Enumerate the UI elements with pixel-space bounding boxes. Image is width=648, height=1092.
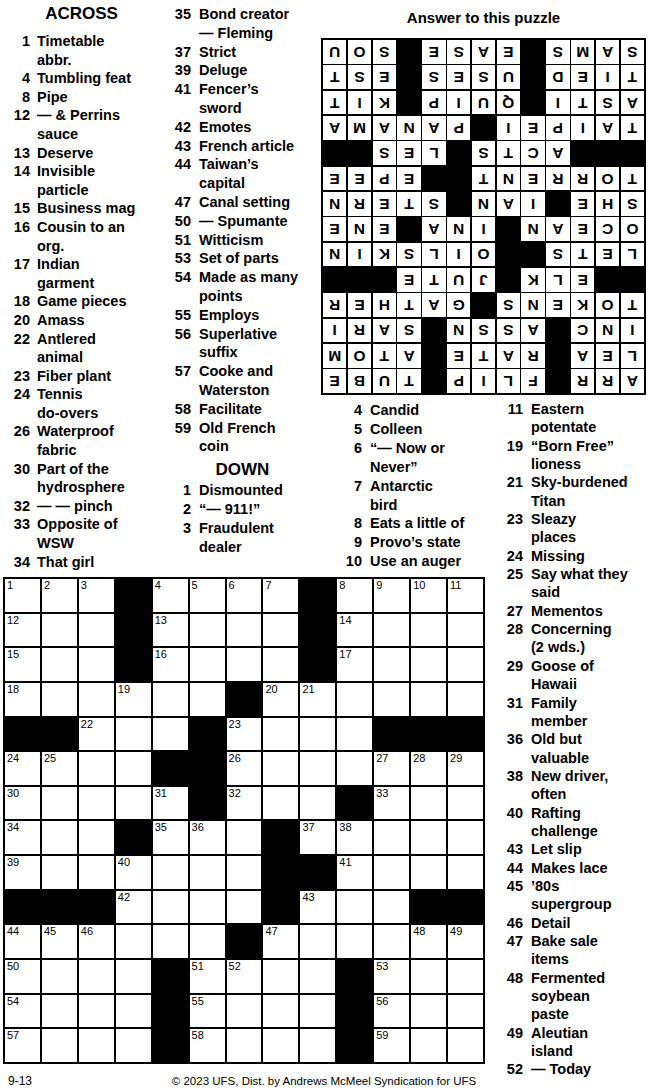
cell-r14c13[interactable] <box>448 1029 483 1062</box>
clue-text: Rafting challenge <box>531 804 648 841</box>
clue-item: 26Waterproof fabric <box>0 422 163 459</box>
clue-text: Strict <box>199 43 321 62</box>
clue-number: 47 <box>497 932 531 969</box>
across-column: ACROSS 1Timetable abbr.4Tumbling feat8Pi… <box>0 4 163 571</box>
cell-r8c12[interactable] <box>411 821 446 854</box>
clue-text: Deserve <box>37 144 163 163</box>
answer-cell-r1c8: P <box>447 369 470 393</box>
clue-number: 36 <box>497 730 531 767</box>
cell-r4c6[interactable] <box>190 683 225 716</box>
cell-r11c13[interactable]: 49 <box>448 925 483 958</box>
cell-r2c11[interactable] <box>374 614 409 647</box>
answer-cell-r4c10: T <box>397 293 420 317</box>
cell-r3c10[interactable]: 17 <box>337 648 372 681</box>
cell-r13c7[interactable] <box>227 995 262 1028</box>
cell-r7c5[interactable]: 31 <box>153 787 188 820</box>
clue-number: 7 <box>336 477 370 515</box>
cell-r11c6[interactable] <box>190 925 225 958</box>
cell-number: 3 <box>81 580 87 591</box>
cell-r4c4[interactable]: 19 <box>116 683 151 716</box>
cell-r9c12[interactable] <box>411 856 446 889</box>
clue-item: 46Detail <box>497 914 648 932</box>
block-answer-cell-r4c7 <box>472 293 495 317</box>
cell-r7c9[interactable] <box>300 787 335 820</box>
block-answer-cell-r2c9 <box>422 344 445 368</box>
cell-r12c13[interactable] <box>448 960 483 993</box>
cell-r3c8[interactable] <box>263 648 298 681</box>
clue-item: 58Facilitate <box>164 400 321 419</box>
block-cell-r7c10 <box>337 787 372 820</box>
cell-number: 6 <box>229 580 235 591</box>
cell-r14c7[interactable] <box>227 1029 262 1062</box>
cell-r4c13[interactable] <box>448 683 483 716</box>
cell-r11c4[interactable] <box>116 925 151 958</box>
answer-cell-r3c10: S <box>397 319 420 343</box>
cell-number: 14 <box>339 615 351 626</box>
cell-r8c2[interactable] <box>42 821 77 854</box>
answer-cell-r10c7: S <box>472 141 495 165</box>
cell-r9c3[interactable] <box>79 856 114 889</box>
cell-r13c13[interactable] <box>448 995 483 1028</box>
cell-r12c7[interactable]: 52 <box>227 960 262 993</box>
clue-number: 53 <box>164 249 199 268</box>
cell-r3c7[interactable] <box>227 648 262 681</box>
clue-number: 34 <box>0 553 37 572</box>
answer-cell-r7c1: O <box>621 217 644 241</box>
answer-cell-r13c2: I <box>596 65 619 89</box>
cell-r14c4[interactable] <box>116 1029 151 1062</box>
cell-r4c10[interactable] <box>337 683 372 716</box>
cell-r12c8[interactable] <box>263 960 298 993</box>
cell-r2c2[interactable] <box>42 614 77 647</box>
clue-text: Cooke and Waterston <box>199 362 321 400</box>
cell-r2c12[interactable] <box>411 614 446 647</box>
clue-item: 40Rafting challenge <box>497 804 648 841</box>
cell-r11c11[interactable] <box>374 925 409 958</box>
answer-cell-r12c12: I <box>348 91 371 115</box>
clue-number: 17 <box>0 255 37 292</box>
cell-r5c5[interactable] <box>153 718 188 751</box>
clue-text: Opposite of WSW <box>37 515 163 552</box>
answer-cell-r7c5: N <box>521 217 544 241</box>
answer-cell-r10c4: A <box>546 141 569 165</box>
clue-number: 44 <box>164 155 199 193</box>
cell-r14c1[interactable]: 57 <box>5 1029 40 1062</box>
answer-cell-r10c5: C <box>521 141 544 165</box>
down-clue-list-right: 11Eastern potentate19“Born Free” lioness… <box>497 400 648 1079</box>
answer-cell-r6c2: E <box>596 243 619 267</box>
cell-r14c12[interactable] <box>411 1029 446 1062</box>
block-cell-r14c5 <box>153 1029 188 1062</box>
cell-r3c13[interactable] <box>448 648 483 681</box>
cell-number: 50 <box>7 961 19 972</box>
cell-r14c3[interactable] <box>79 1029 114 1062</box>
cell-r14c9[interactable] <box>300 1029 335 1062</box>
clue-text: Waterproof fabric <box>37 422 163 459</box>
cell-r8c1[interactable]: 34 <box>5 821 40 854</box>
clue-number: 20 <box>0 311 37 330</box>
block-answer-cell-r12c5 <box>521 91 544 115</box>
cell-r9c6[interactable] <box>190 856 225 889</box>
answer-cell-r14c8: S <box>447 40 470 64</box>
cell-r6c8[interactable] <box>263 752 298 785</box>
block-answer-cell-r13c10 <box>397 65 420 89</box>
block-answer-cell-r5c12 <box>348 268 371 292</box>
cell-number: 4 <box>155 580 161 591</box>
clue-text: Invisible particle <box>37 162 163 199</box>
cell-r3c12[interactable] <box>411 648 446 681</box>
cell-r4c9[interactable]: 21 <box>300 683 335 716</box>
answer-cell-r2c11: T <box>373 344 396 368</box>
cell-r14c8[interactable] <box>263 1029 298 1062</box>
answer-cell-r9c7: T <box>472 167 495 191</box>
cell-r5c9[interactable] <box>300 718 335 751</box>
cell-r9c5[interactable] <box>153 856 188 889</box>
cell-number: 56 <box>376 996 388 1007</box>
puzzle-grid: 1234567891011121314151617181920212223242… <box>3 577 485 1064</box>
cell-r12c3[interactable] <box>79 960 114 993</box>
cell-r8c11[interactable] <box>374 821 409 854</box>
clue-item: 27Mementos <box>497 602 648 620</box>
cell-r3c11[interactable] <box>374 648 409 681</box>
cell-r13c1[interactable]: 54 <box>5 995 40 1028</box>
clue-number: 5 <box>336 420 370 439</box>
cell-r6c7[interactable]: 26 <box>227 752 262 785</box>
block-cell-r12c5 <box>153 960 188 993</box>
answer-cell-r2c1: L <box>621 344 644 368</box>
cell-r1c5[interactable]: 4 <box>153 579 188 612</box>
cell-number: 37 <box>302 822 314 833</box>
clue-text: French article <box>199 137 321 156</box>
clue-number: 24 <box>0 385 37 422</box>
answer-cell-r2c8: E <box>447 344 470 368</box>
block-answer-cell-r3c9 <box>422 319 445 343</box>
cell-r8c5[interactable]: 35 <box>153 821 188 854</box>
cell-r5c3[interactable]: 22 <box>79 718 114 751</box>
cell-r12c12[interactable] <box>411 960 446 993</box>
cell-r11c2[interactable]: 45 <box>42 925 77 958</box>
cell-r2c8[interactable] <box>263 614 298 647</box>
answer-cell-r1c3: R <box>571 369 594 393</box>
cell-r10c6[interactable] <box>190 891 225 924</box>
cell-r11c3[interactable]: 46 <box>79 925 114 958</box>
clue-item: 2“— 911!” <box>164 500 321 519</box>
cell-r1c13[interactable]: 11 <box>448 579 483 612</box>
cell-number: 29 <box>450 753 462 764</box>
cell-r6c4[interactable] <box>116 752 151 785</box>
cell-r4c1[interactable]: 18 <box>5 683 40 716</box>
cell-number: 13 <box>155 615 167 626</box>
answer-cell-r8c6: A <box>497 192 520 216</box>
cell-number: 5 <box>192 580 198 591</box>
block-cell-r3c9 <box>300 648 335 681</box>
cell-r1c1[interactable]: 1 <box>5 579 40 612</box>
block-cell-r5c6 <box>190 718 225 751</box>
clue-number: 44 <box>497 859 531 877</box>
answer-cell-r11c1: T <box>621 116 644 140</box>
clue-item: 24Tennis do-overs <box>0 385 163 422</box>
cell-r8c6[interactable]: 36 <box>190 821 225 854</box>
cell-r7c2[interactable] <box>42 787 77 820</box>
cell-number: 55 <box>192 996 204 1007</box>
cell-r2c6[interactable] <box>190 614 225 647</box>
block-answer-cell-r6c5 <box>521 243 544 267</box>
cell-r8c9[interactable]: 37 <box>300 821 335 854</box>
answer-cell-r4c12: E <box>348 293 371 317</box>
cell-r12c9[interactable] <box>300 960 335 993</box>
clue-number: 6 <box>336 439 370 477</box>
cell-r2c3[interactable] <box>79 614 114 647</box>
cell-r7c8[interactable] <box>263 787 298 820</box>
clue-item: 56Superlative suffix <box>164 325 321 363</box>
answer-cell-r6c8: I <box>447 243 470 267</box>
cell-r9c4[interactable]: 40 <box>116 856 151 889</box>
clue-item: 31Family member <box>497 694 648 731</box>
answer-cell-r6c3: T <box>571 243 594 267</box>
cell-r3c5[interactable]: 16 <box>153 648 188 681</box>
cell-r10c9[interactable]: 43 <box>300 891 335 924</box>
cell-r3c6[interactable] <box>190 648 225 681</box>
cell-number: 49 <box>450 926 462 937</box>
block-answer-cell-r6c6 <box>497 243 520 267</box>
clue-text: Missing <box>531 547 648 565</box>
cell-number: 41 <box>339 857 351 868</box>
clue-item: 10Use an auger <box>336 552 494 571</box>
cell-r6c12[interactable]: 28 <box>411 752 446 785</box>
cell-r7c1[interactable]: 30 <box>5 787 40 820</box>
answer-cell-r7c8: N <box>447 217 470 241</box>
cell-r1c10[interactable]: 8 <box>337 579 372 612</box>
clue-number: 10 <box>336 552 370 571</box>
block-cell-r10c3 <box>79 891 114 924</box>
cell-number: 19 <box>118 684 130 695</box>
cell-r10c4[interactable]: 42 <box>116 891 151 924</box>
cell-r2c10[interactable]: 14 <box>337 614 372 647</box>
cell-r5c7[interactable]: 23 <box>227 718 262 751</box>
block-answer-cell-r3c4 <box>546 319 569 343</box>
cell-r10c11[interactable] <box>374 891 409 924</box>
clue-number: 41 <box>164 80 199 118</box>
answer-cell-r6c4: S <box>546 243 569 267</box>
clue-item: 4Candid <box>336 401 494 420</box>
cell-r10c5[interactable] <box>153 891 188 924</box>
answer-cell-r6c7: O <box>472 243 495 267</box>
cell-r9c13[interactable] <box>448 856 483 889</box>
cell-r7c11[interactable]: 33 <box>374 787 409 820</box>
clue-number: 2 <box>164 500 199 519</box>
answer-cell-r11c6: I <box>497 116 520 140</box>
cell-r14c11[interactable]: 59 <box>374 1029 409 1062</box>
clue-number: 56 <box>164 325 199 363</box>
cell-r4c5[interactable] <box>153 683 188 716</box>
cell-r1c11[interactable]: 9 <box>374 579 409 612</box>
clue-number: 57 <box>164 362 199 400</box>
down-clue-list: 1Dismounted2“— 911!”3Fraudulent dealer <box>164 481 321 556</box>
cell-r6c11[interactable]: 27 <box>374 752 409 785</box>
cell-r5c8[interactable] <box>263 718 298 751</box>
cell-r2c7[interactable] <box>227 614 262 647</box>
answer-cell-r9c11: P <box>373 167 396 191</box>
cell-r1c3[interactable]: 3 <box>79 579 114 612</box>
answer-cell-r1c2: R <box>596 369 619 393</box>
cell-r12c1[interactable]: 50 <box>5 960 40 993</box>
answer-cell-r5c8: U <box>447 268 470 292</box>
cell-r12c4[interactable] <box>116 960 151 993</box>
cell-r13c4[interactable] <box>116 995 151 1028</box>
clue-item: 21Sky-burdened Titan <box>497 473 648 510</box>
answer-cell-r14c4: S <box>546 40 569 64</box>
cell-number: 16 <box>155 649 167 660</box>
cell-r3c1[interactable]: 15 <box>5 648 40 681</box>
clue-item: 59Old French coin <box>164 419 321 457</box>
cell-r6c2[interactable]: 25 <box>42 752 77 785</box>
cell-r13c11[interactable]: 56 <box>374 995 409 1028</box>
cell-r9c10[interactable]: 41 <box>337 856 372 889</box>
clue-text: Mementos <box>531 602 648 620</box>
answer-cell-r1c10: T <box>397 369 420 393</box>
answer-cell-r9c5: E <box>521 167 544 191</box>
block-cell-r5c11 <box>374 718 409 751</box>
clue-item: 35Bond creator — Fleming <box>164 5 321 43</box>
clue-text: Detail <box>531 914 648 932</box>
cell-r14c2[interactable] <box>42 1029 77 1062</box>
cell-r8c10[interactable]: 38 <box>337 821 372 854</box>
cell-r8c13[interactable] <box>448 821 483 854</box>
cell-r12c6[interactable]: 51 <box>190 960 225 993</box>
answer-cell-r8c10: T <box>397 192 420 216</box>
answer-cell-r1c1: A <box>621 369 644 393</box>
cell-number: 39 <box>7 857 19 868</box>
cell-r7c7[interactable]: 32 <box>227 787 262 820</box>
cell-r11c8[interactable]: 47 <box>263 925 298 958</box>
cell-r3c2[interactable] <box>42 648 77 681</box>
clue-text: Candid <box>370 401 494 420</box>
cell-r1c12[interactable]: 10 <box>411 579 446 612</box>
answer-cell-r13c3: E <box>571 65 594 89</box>
cell-number: 17 <box>339 649 351 660</box>
cell-r13c12[interactable] <box>411 995 446 1028</box>
crossword-page: { "game": "crossword", "grid": { "rows":… <box>0 0 648 1092</box>
answer-cell-r12c2: S <box>596 91 619 115</box>
clue-text: Set of parts <box>199 249 321 268</box>
clue-text: Eastern potentate <box>531 400 648 437</box>
cell-number: 10 <box>413 580 425 591</box>
cell-number: 36 <box>192 822 204 833</box>
clue-text: Colleen <box>370 420 494 439</box>
cell-r5c4[interactable] <box>116 718 151 751</box>
cell-r13c2[interactable] <box>42 995 77 1028</box>
cell-r6c10[interactable] <box>337 752 372 785</box>
cell-r12c2[interactable] <box>42 960 77 993</box>
cell-number: 1 <box>7 580 13 591</box>
cell-r6c13[interactable]: 29 <box>448 752 483 785</box>
cell-r8c3[interactable] <box>79 821 114 854</box>
clue-text: — Spumante <box>199 212 321 231</box>
answer-cell-r8c2: H <box>596 192 619 216</box>
clue-item: 44Taiwan’s capital <box>164 155 321 193</box>
cell-r7c12[interactable] <box>411 787 446 820</box>
clue-text: Canal setting <box>199 193 321 212</box>
cell-number: 7 <box>265 580 271 591</box>
cell-r1c6[interactable]: 5 <box>190 579 225 612</box>
cell-r4c11[interactable] <box>374 683 409 716</box>
cell-r11c10[interactable] <box>337 925 372 958</box>
cell-r11c1[interactable]: 44 <box>5 925 40 958</box>
answer-cell-r5c5: K <box>521 268 544 292</box>
cell-r2c13[interactable] <box>448 614 483 647</box>
answer-cell-r12c7: U <box>472 91 495 115</box>
answer-cell-r14c2: A <box>596 40 619 64</box>
cell-r3c3[interactable] <box>79 648 114 681</box>
clue-number: 31 <box>497 694 531 731</box>
cell-r8c7[interactable] <box>227 821 262 854</box>
cell-r7c4[interactable] <box>116 787 151 820</box>
cell-number: 8 <box>339 580 345 591</box>
cell-r13c3[interactable] <box>79 995 114 1028</box>
block-cell-r6c5 <box>153 752 188 785</box>
cell-r9c11[interactable] <box>374 856 409 889</box>
cell-number: 54 <box>7 996 19 1007</box>
cell-r13c9[interactable] <box>300 995 335 1028</box>
block-answer-cell-r9c9 <box>422 167 445 191</box>
cell-r13c8[interactable] <box>263 995 298 1028</box>
cell-r14c6[interactable]: 58 <box>190 1029 225 1062</box>
cell-r5c10[interactable] <box>337 718 372 751</box>
cell-r9c7[interactable] <box>227 856 262 889</box>
cell-r9c2[interactable] <box>42 856 77 889</box>
clue-number: 50 <box>164 212 199 231</box>
cell-r4c8[interactable]: 20 <box>263 683 298 716</box>
cell-number: 9 <box>376 580 382 591</box>
clue-text: Amass <box>37 311 163 330</box>
answer-cell-r3c2: N <box>596 319 619 343</box>
cell-r11c12[interactable]: 48 <box>411 925 446 958</box>
cell-r1c8[interactable]: 7 <box>263 579 298 612</box>
cell-r1c2[interactable]: 2 <box>42 579 77 612</box>
clue-number: 33 <box>0 515 37 552</box>
cell-r2c5[interactable]: 13 <box>153 614 188 647</box>
block-cell-r6c6 <box>190 752 225 785</box>
cell-r4c3[interactable] <box>79 683 114 716</box>
cell-r6c9[interactable] <box>300 752 335 785</box>
cell-r13c6[interactable]: 55 <box>190 995 225 1028</box>
cell-r7c13[interactable] <box>448 787 483 820</box>
answer-cell-r14c11: S <box>373 40 396 64</box>
cell-r10c10[interactable] <box>337 891 372 924</box>
cell-r6c1[interactable]: 24 <box>5 752 40 785</box>
clue-text: New driver, often <box>531 767 648 804</box>
cell-r4c12[interactable] <box>411 683 446 716</box>
answer-cell-r14c7: A <box>472 40 495 64</box>
cell-r11c9[interactable] <box>300 925 335 958</box>
cell-r2c1[interactable]: 12 <box>5 614 40 647</box>
cell-r6c3[interactable] <box>79 752 114 785</box>
cell-number: 52 <box>229 961 241 972</box>
answer-cell-r8c3: E <box>571 192 594 216</box>
cell-r10c7[interactable] <box>227 891 262 924</box>
cell-r12c11[interactable]: 53 <box>374 960 409 993</box>
cell-number: 25 <box>44 753 56 764</box>
clue-text: Antarctic bird <box>370 477 494 515</box>
cell-r1c7[interactable]: 6 <box>227 579 262 612</box>
cell-r9c1[interactable]: 39 <box>5 856 40 889</box>
cell-r4c2[interactable] <box>42 683 77 716</box>
across-clue-list-continued: 35Bond creator — Fleming37Strict39Deluge… <box>164 5 321 456</box>
cell-r11c5[interactable] <box>153 925 188 958</box>
cell-r7c3[interactable] <box>79 787 114 820</box>
clue-text: Bond creator — Fleming <box>199 5 321 43</box>
clue-number: 22 <box>0 330 37 367</box>
